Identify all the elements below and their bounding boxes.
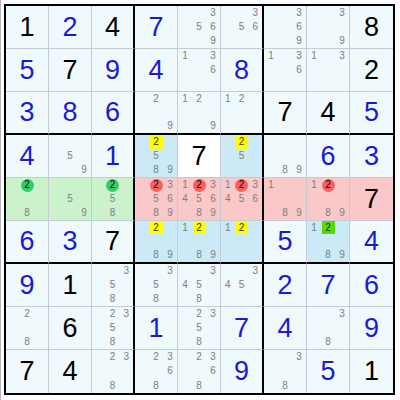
candidate-5: 5 [63,192,77,206]
cell-r6c8[interactable]: 1289 [307,221,350,264]
cell-r1c1[interactable]: 1 [6,6,49,49]
candidate-slot-5 [278,149,292,163]
candidate-slot-4 [135,106,149,120]
cell-r8c4[interactable]: 1 [135,307,178,350]
candidate-slot-2 [321,6,335,20]
candidate-grid: 289 [135,221,177,262]
solved-digit: 7 [221,307,262,349]
candidate-8: 8 [149,248,163,262]
candidate-slot-2: 2 [235,221,249,235]
candidate-3: 3 [292,49,306,63]
cell-r3c4[interactable]: 29 [135,92,178,135]
candidate-3: 3 [163,264,177,278]
cell-r9c7[interactable]: 38 [264,350,307,393]
candidate-slot-4 [264,149,278,163]
candidate-1: 1 [264,49,278,63]
cell-r4c3[interactable]: 1 [92,135,135,178]
highlighted-candidate-yellow-square: 2 [235,136,248,149]
highlighted-candidate-red-circle: 2 [235,179,248,192]
cell-r4c9[interactable]: 3 [350,135,393,178]
candidate-slot-2: 2 [321,221,335,235]
candidate-1: 1 [178,49,192,63]
candidate-slot-4 [135,192,149,206]
given-digit: 1 [6,6,48,48]
candidate-slot-2: 2 [235,135,249,149]
solved-digit: 3 [49,221,91,262]
candidate-slot-9 [34,335,48,349]
candidate-slot-2 [192,49,206,63]
candidate-slot-1 [135,92,149,106]
cell-r9c1[interactable]: 7 [6,350,49,393]
cell-r3c6[interactable]: 12 [221,92,264,135]
candidate-9: 9 [206,248,220,262]
cell-r4c2[interactable]: 59 [49,135,92,178]
cell-r3c1[interactable]: 3 [6,92,49,135]
highlighted-candidate-yellow-square: 2 [193,221,206,234]
candidate-5: 5 [63,149,77,163]
candidate-5: 5 [235,192,249,206]
candidate-slot-8 [235,206,249,220]
cell-r5c3[interactable]: 258 [92,178,135,221]
cell-r6c7[interactable]: 5 [264,221,307,264]
candidate-slot-6 [335,192,349,206]
cell-r2c1[interactable]: 5 [6,49,49,92]
candidate-slot-1 [264,350,278,364]
candidate-slot-7 [307,335,321,349]
candidate-2: 2 [192,307,206,321]
cell-r1c6[interactable]: 356 [221,6,264,49]
candidate-9: 9 [163,248,177,262]
candidate-grid: 238 [92,350,133,393]
candidate-8: 8 [192,206,206,220]
cell-r3c8[interactable]: 4 [307,92,350,135]
cell-r3c5[interactable]: 129 [178,92,221,135]
candidate-slot-6 [163,235,177,249]
candidate-slot-9 [335,77,349,91]
candidate-2: 2 [149,350,163,364]
candidate-slot-2 [106,264,120,278]
candidate-slot-6 [335,321,349,335]
candidate-slot-7 [307,77,321,91]
solved-digit: 6 [307,135,349,177]
cell-r7c3[interactable]: 358 [92,264,135,307]
candidate-grid: 136 [264,49,306,91]
cell-r6c6[interactable]: 12 [221,221,264,264]
cell-r8c9[interactable]: 9 [350,307,393,350]
cell-r9c6[interactable]: 9 [221,350,264,393]
given-digit: 7 [49,49,91,91]
solved-digit: 9 [6,264,48,306]
candidate-3: 3 [206,350,220,364]
solved-digit: 7 [135,6,177,48]
candidate-slot-6 [119,364,133,378]
candidate-slot-1 [221,135,235,149]
given-digit: 8 [350,6,393,48]
cell-r1c8[interactable]: 39 [307,6,350,49]
candidate-slot-4 [178,106,192,120]
candidate-6: 6 [206,20,220,34]
candidate-slot-6 [119,192,133,206]
candidate-slot-1 [92,178,106,192]
candidate-slot-7 [264,34,278,48]
candidate-grid: 25 [221,135,262,177]
candidate-slot-5 [278,364,292,378]
candidate-slot-7 [135,206,149,220]
solved-digit: 9 [221,350,262,393]
solved-digit: 5 [6,49,48,91]
cell-r2c7[interactable]: 136 [264,49,307,92]
candidate-slot-5 [321,235,335,249]
candidate-slot-1 [92,350,106,364]
candidate-slot-5 [192,235,206,249]
cell-r4c5[interactable]: 7 [178,135,221,178]
candidate-8: 8 [106,206,120,220]
candidate-slot-6 [335,63,349,77]
cell-r2c5[interactable]: 136 [178,49,221,92]
cell-r9c8[interactable]: 5 [307,350,350,393]
candidate-slot-2: 2 [192,221,206,235]
solved-digit: 1 [135,307,177,349]
candidate-slot-6 [335,20,349,34]
candidate-slot-4 [135,278,149,292]
cell-r6c3[interactable]: 7 [92,221,135,264]
candidate-slot-6 [248,235,262,249]
candidate-slot-3 [77,135,91,149]
candidate-grid: 28 [6,178,48,220]
candidate-slot-8 [192,119,206,133]
candidate-slot-6 [163,278,177,292]
candidate-slot-7 [221,248,235,262]
cell-r5c9[interactable]: 7 [350,178,393,221]
cell-r8c1[interactable]: 28 [6,307,49,350]
candidate-slot-1 [135,264,149,278]
candidate-slot-2 [278,350,292,364]
highlighted-candidate-yellow-square: 2 [150,136,163,149]
cell-r7c6[interactable]: 345 [221,264,264,307]
candidate-slot-9 [248,206,262,220]
cell-r1c3[interactable]: 4 [92,6,135,49]
candidate-slot-9 [119,292,133,306]
candidate-6: 6 [206,192,220,206]
cell-r3c3[interactable]: 6 [92,92,135,135]
cell-r8c3[interactable]: 2358 [92,307,135,350]
candidate-2: 2 [106,350,120,364]
candidate-slot-7 [135,292,149,306]
candidate-3: 3 [335,49,349,63]
candidate-slot-5 [20,192,34,206]
solved-digit: 7 [307,264,349,306]
cell-r6c2[interactable]: 3 [49,221,92,264]
candidate-slot-4 [178,20,192,34]
cell-r1c4[interactable]: 7 [135,6,178,49]
candidate-6: 6 [248,20,262,34]
cell-r6c1[interactable]: 6 [6,221,49,264]
candidate-1: 1 [307,221,321,235]
candidate-slot-9 [206,77,220,91]
candidate-slot-3 [292,135,306,149]
candidate-1: 1 [221,92,235,106]
solved-digit: 8 [221,49,262,91]
candidate-slot-5 [149,235,163,249]
candidate-slot-5 [278,192,292,206]
candidate-slot-4 [135,235,149,249]
cell-r6c9[interactable]: 4 [350,221,393,264]
candidate-slot-7 [178,335,192,349]
candidate-8: 8 [192,292,206,306]
cell-r4c4[interactable]: 2589 [135,135,178,178]
candidate-4: 4 [178,192,192,206]
candidate-slot-3 [248,92,262,106]
candidate-slot-4 [307,235,321,249]
given-digit: 1 [49,264,91,306]
candidate-1: 1 [178,92,192,106]
cell-r4c8[interactable]: 6 [307,135,350,178]
cell-r8c5[interactable]: 2358 [178,307,221,350]
candidate-slot-4 [264,364,278,378]
given-digit: 7 [350,178,393,220]
cell-r5c6[interactable]: 123456 [221,178,264,221]
candidate-slot-9 [248,163,262,177]
candidate-slot-2 [63,135,77,149]
candidate-1: 1 [221,221,235,235]
cell-r3c2[interactable]: 8 [49,92,92,135]
candidate-slot-4 [221,106,235,120]
candidate-slot-4 [92,278,106,292]
candidate-slot-6 [292,192,306,206]
candidate-9: 9 [206,206,220,220]
candidate-slot-9 [292,77,306,91]
candidate-1: 1 [178,178,192,192]
candidate-3: 3 [292,350,306,364]
cell-r9c9[interactable]: 1 [350,350,393,393]
candidate-3: 3 [292,6,306,20]
candidate-2: 2 [20,307,34,321]
solved-digit: 2 [49,6,91,48]
candidate-slot-2 [235,6,249,20]
candidate-slot-4 [178,63,192,77]
candidate-slot-3 [119,178,133,192]
candidate-grid: 1289 [307,178,349,220]
cell-r9c2[interactable]: 4 [49,350,92,393]
solved-digit: 3 [350,135,393,177]
candidate-5: 5 [106,278,120,292]
candidate-slot-5 [278,20,292,34]
cell-r7c1[interactable]: 9 [6,264,49,307]
candidate-slot-9 [206,335,220,349]
candidate-slot-8 [321,34,335,48]
cell-r7c5[interactable]: 3458 [178,264,221,307]
candidate-9: 9 [163,119,177,133]
candidate-slot-7 [307,248,321,262]
candidate-8: 8 [149,163,163,177]
cell-r5c8[interactable]: 1289 [307,178,350,221]
candidate-slot-2: 2 [192,178,206,192]
cell-r5c1[interactable]: 28 [6,178,49,221]
candidate-8: 8 [278,163,292,177]
candidate-1: 1 [178,221,192,235]
candidate-slot-5 [321,321,335,335]
candidate-slot-7 [178,34,192,48]
cell-r5c5[interactable]: 12345689 [178,178,221,221]
candidate-slot-3 [163,221,177,235]
cell-r8c6[interactable]: 7 [221,307,264,350]
cell-r5c7[interactable]: 189 [264,178,307,221]
candidate-slot-4 [307,192,321,206]
candidate-3: 3 [248,178,262,192]
candidate-8: 8 [20,206,34,220]
cell-r9c3[interactable]: 238 [92,350,135,393]
candidate-slot-6 [119,321,133,335]
candidate-slot-2 [278,178,292,192]
candidate-slot-6 [292,364,306,378]
candidate-6: 6 [206,364,220,378]
candidate-slot-6 [248,278,262,292]
candidate-slot-6 [206,106,220,120]
cell-r7c8[interactable]: 7 [307,264,350,307]
candidate-9: 9 [292,34,306,48]
candidate-8: 8 [321,248,335,262]
candidate-slot-7 [49,163,63,177]
candidate-grid: 258 [92,178,133,220]
highlighted-candidate-red-circle: 2 [322,179,335,192]
candidate-slot-2 [149,264,163,278]
candidate-slot-5 [192,364,206,378]
candidate-6: 6 [292,20,306,34]
candidate-slot-8 [149,119,163,133]
candidate-9: 9 [335,248,349,262]
candidate-slot-6 [34,321,48,335]
candidate-slot-7 [221,119,235,133]
cell-r6c4[interactable]: 289 [135,221,178,264]
candidate-slot-6 [34,192,48,206]
solved-digit: 4 [350,221,393,262]
candidate-grid: 358 [92,264,133,306]
solved-digit: 6 [92,92,133,133]
candidate-slot-4 [178,321,192,335]
cell-r8c8[interactable]: 38 [307,307,350,350]
candidate-slot-4 [135,364,149,378]
candidate-slot-2: 2 [321,178,335,192]
candidate-slot-4 [264,192,278,206]
cell-r2c8[interactable]: 13 [307,49,350,92]
candidate-slot-7 [49,206,63,220]
candidate-3: 3 [163,350,177,364]
highlighted-candidate-green-square: 2 [322,221,335,234]
cell-r3c9[interactable]: 5 [350,92,393,135]
cell-r2c2[interactable]: 7 [49,49,92,92]
candidate-slot-7 [178,292,192,306]
candidate-8: 8 [192,379,206,393]
candidate-3: 3 [248,6,262,20]
candidate-8: 8 [192,335,206,349]
candidate-grid: 12 [221,92,262,133]
candidate-slot-7 [178,77,192,91]
cell-r2c9[interactable]: 2 [350,49,393,92]
cell-r5c4[interactable]: 235689 [135,178,178,221]
cell-r4c7[interactable]: 89 [264,135,307,178]
candidate-9: 9 [206,34,220,48]
candidate-slot-4 [221,149,235,163]
cell-r8c2[interactable]: 6 [49,307,92,350]
cell-r5c2[interactable]: 59 [49,178,92,221]
candidate-slot-2 [192,6,206,20]
cell-r1c9[interactable]: 8 [350,6,393,49]
candidate-slot-3 [248,221,262,235]
candidate-slot-9 [119,206,133,220]
candidate-slot-6 [119,278,133,292]
cell-r7c2[interactable]: 1 [49,264,92,307]
candidate-3: 3 [119,307,133,321]
cell-r7c4[interactable]: 358 [135,264,178,307]
cell-r3c7[interactable]: 7 [264,92,307,135]
highlighted-candidate-green-circle: 2 [106,179,119,192]
cell-r8c7[interactable]: 4 [264,307,307,350]
candidate-slot-1 [178,350,192,364]
candidate-grid: 1289 [178,221,220,262]
candidate-slot-2 [321,307,335,321]
candidate-1: 1 [307,49,321,63]
candidate-slot-2 [321,49,335,63]
candidate-grid: 2368 [135,350,177,393]
candidate-slot-1 [49,178,63,192]
cell-r9c5[interactable]: 2368 [178,350,221,393]
cell-r1c5[interactable]: 3569 [178,6,221,49]
cell-r1c2[interactable]: 2 [49,6,92,49]
solved-digit: 2 [264,264,306,306]
candidate-grid: 39 [307,6,349,48]
candidate-slot-7 [92,379,106,393]
candidate-2: 2 [235,92,249,106]
cell-r7c9[interactable]: 6 [350,264,393,307]
candidate-grid: 89 [264,135,306,177]
solved-digit: 8 [49,92,91,133]
candidate-9: 9 [335,206,349,220]
candidate-slot-4 [307,20,321,34]
candidate-slot-1 [49,135,63,149]
candidate-slot-6 [163,149,177,163]
candidate-slot-1 [6,178,20,192]
candidate-slot-5 [149,364,163,378]
cell-r2c4[interactable]: 4 [135,49,178,92]
candidate-3: 3 [119,350,133,364]
candidate-5: 5 [235,20,249,34]
candidate-5: 5 [149,149,163,163]
given-digit: 7 [92,221,133,262]
candidate-slot-3 [163,92,177,106]
candidate-slot-6 [248,149,262,163]
candidate-slot-5 [106,364,120,378]
candidate-slot-5 [192,63,206,77]
candidate-slot-6 [335,235,349,249]
cell-r1c7[interactable]: 369 [264,6,307,49]
cell-r4c1[interactable]: 4 [6,135,49,178]
cell-r2c6[interactable]: 8 [221,49,264,92]
cell-r2c3[interactable]: 9 [92,49,135,92]
candidate-grid: 235689 [135,178,177,220]
candidate-slot-1 [6,307,20,321]
cell-r6c5[interactable]: 1289 [178,221,221,264]
candidate-slot-8 [235,292,249,306]
candidate-slot-1 [135,135,149,149]
candidate-2: 2 [149,92,163,106]
candidate-8: 8 [106,335,120,349]
cell-r4c6[interactable]: 25 [221,135,264,178]
candidate-6: 6 [206,63,220,77]
candidate-slot-1 [92,264,106,278]
candidate-4: 4 [178,278,192,292]
cell-r9c4[interactable]: 2368 [135,350,178,393]
cell-r7c7[interactable]: 2 [264,264,307,307]
